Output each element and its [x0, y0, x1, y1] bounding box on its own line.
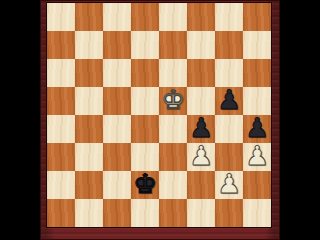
square-f7[interactable]	[187, 31, 215, 59]
square-g6[interactable]	[215, 59, 243, 87]
square-h2[interactable]	[243, 171, 271, 199]
square-d8[interactable]	[131, 3, 159, 31]
square-d5[interactable]	[131, 87, 159, 115]
square-a4[interactable]	[47, 115, 75, 143]
square-e3[interactable]	[159, 143, 187, 171]
square-a7[interactable]	[47, 31, 75, 59]
square-f4[interactable]: ♟	[187, 115, 215, 143]
square-g7[interactable]	[215, 31, 243, 59]
square-f6[interactable]	[187, 59, 215, 87]
square-c6[interactable]	[103, 59, 131, 87]
white-king[interactable]: ♚	[161, 86, 185, 114]
square-c1[interactable]	[103, 199, 131, 227]
square-h4[interactable]: ♟	[243, 115, 271, 143]
square-h1[interactable]	[243, 199, 271, 227]
square-h7[interactable]	[243, 31, 271, 59]
square-d2[interactable]: ♚	[131, 171, 159, 199]
square-a5[interactable]	[47, 87, 75, 115]
square-b1[interactable]	[75, 199, 103, 227]
square-b3[interactable]	[75, 143, 103, 171]
square-a8[interactable]	[47, 3, 75, 31]
chess-board[interactable]: ♚♟♟♟♟♟♚♟	[47, 3, 271, 227]
black-pawn[interactable]: ♟	[189, 114, 213, 142]
screenshot-background: ♚♟♟♟♟♟♚♟	[0, 0, 320, 240]
square-e4[interactable]	[159, 115, 187, 143]
square-d6[interactable]	[131, 59, 159, 87]
square-c3[interactable]	[103, 143, 131, 171]
square-c2[interactable]	[103, 171, 131, 199]
square-g5[interactable]: ♟	[215, 87, 243, 115]
square-b7[interactable]	[75, 31, 103, 59]
square-a2[interactable]	[47, 171, 75, 199]
square-d3[interactable]	[131, 143, 159, 171]
square-g4[interactable]	[215, 115, 243, 143]
square-c5[interactable]	[103, 87, 131, 115]
square-h3[interactable]: ♟	[243, 143, 271, 171]
square-b2[interactable]	[75, 171, 103, 199]
square-c8[interactable]	[103, 3, 131, 31]
square-b8[interactable]	[75, 3, 103, 31]
board-frame: ♚♟♟♟♟♟♚♟	[40, 0, 280, 240]
square-a1[interactable]	[47, 199, 75, 227]
white-pawn[interactable]: ♟	[217, 170, 241, 198]
square-f8[interactable]	[187, 3, 215, 31]
square-h8[interactable]	[243, 3, 271, 31]
square-b4[interactable]	[75, 115, 103, 143]
square-f3[interactable]: ♟	[187, 143, 215, 171]
square-a6[interactable]	[47, 59, 75, 87]
square-f2[interactable]	[187, 171, 215, 199]
square-d7[interactable]	[131, 31, 159, 59]
square-d1[interactable]	[131, 199, 159, 227]
square-a3[interactable]	[47, 143, 75, 171]
square-b5[interactable]	[75, 87, 103, 115]
square-f5[interactable]	[187, 87, 215, 115]
square-e7[interactable]	[159, 31, 187, 59]
square-f1[interactable]	[187, 199, 215, 227]
square-c7[interactable]	[103, 31, 131, 59]
black-pawn[interactable]: ♟	[217, 86, 241, 114]
white-pawn[interactable]: ♟	[189, 142, 213, 170]
square-e2[interactable]	[159, 171, 187, 199]
square-e5[interactable]: ♚	[159, 87, 187, 115]
square-d4[interactable]	[131, 115, 159, 143]
square-c4[interactable]	[103, 115, 131, 143]
square-h6[interactable]	[243, 59, 271, 87]
square-g1[interactable]	[215, 199, 243, 227]
black-pawn[interactable]: ♟	[245, 114, 269, 142]
black-king[interactable]: ♚	[133, 170, 157, 198]
square-g3[interactable]	[215, 143, 243, 171]
square-e1[interactable]	[159, 199, 187, 227]
square-b6[interactable]	[75, 59, 103, 87]
square-e8[interactable]	[159, 3, 187, 31]
square-g2[interactable]: ♟	[215, 171, 243, 199]
square-e6[interactable]	[159, 59, 187, 87]
square-g8[interactable]	[215, 3, 243, 31]
square-h5[interactable]	[243, 87, 271, 115]
white-pawn[interactable]: ♟	[245, 142, 269, 170]
